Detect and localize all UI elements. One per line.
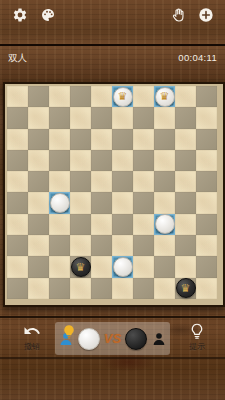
board-square[interactable] [133, 129, 154, 150]
board-square[interactable] [133, 86, 154, 107]
board-square[interactable] [28, 214, 49, 235]
board-square[interactable] [196, 278, 217, 299]
board-squares: ♛♛♛♛ [7, 86, 217, 299]
board-square[interactable] [49, 235, 70, 256]
crown-icon: ♛ [76, 262, 86, 273]
board-square[interactable] [91, 86, 112, 107]
board-square[interactable] [28, 192, 49, 213]
board-square[interactable] [175, 129, 196, 150]
board-square[interactable] [49, 278, 70, 299]
board-square[interactable] [175, 214, 196, 235]
board-square[interactable] [49, 107, 70, 128]
board-square[interactable] [112, 150, 133, 171]
board-square[interactable] [196, 86, 217, 107]
board-square[interactable] [112, 171, 133, 192]
lightbulb-icon [188, 322, 206, 340]
board-square[interactable] [196, 129, 217, 150]
board-square[interactable] [112, 107, 133, 128]
pause-button[interactable] [171, 7, 187, 23]
board-square[interactable] [196, 192, 217, 213]
board-square[interactable] [175, 256, 196, 277]
board-square[interactable] [133, 214, 154, 235]
vs-panel: VS [55, 322, 170, 355]
bottom-toolbar: 撤销 VS 提示 [0, 318, 225, 362]
board-square[interactable] [133, 278, 154, 299]
board-square[interactable] [196, 171, 217, 192]
board-square[interactable] [49, 129, 70, 150]
board-square[interactable] [70, 278, 91, 299]
board-square[interactable] [154, 192, 175, 213]
board-square[interactable] [154, 278, 175, 299]
board-square[interactable] [154, 129, 175, 150]
board-square[interactable] [49, 214, 70, 235]
board-square[interactable] [91, 129, 112, 150]
theme-button[interactable] [40, 7, 56, 23]
board-square[interactable] [154, 150, 175, 171]
white-piece-indicator [78, 328, 100, 350]
board-square[interactable] [112, 235, 133, 256]
board-square[interactable] [196, 107, 217, 128]
top-toolbar [0, 0, 225, 30]
board-square[interactable] [7, 256, 28, 277]
plus-circle-icon [198, 7, 214, 23]
board-square[interactable] [91, 107, 112, 128]
board-square[interactable] [28, 129, 49, 150]
undo-label: 撤销 [12, 341, 52, 352]
board-square[interactable] [70, 235, 91, 256]
white-man[interactable] [113, 257, 133, 277]
board-square[interactable] [175, 192, 196, 213]
board-square[interactable] [175, 171, 196, 192]
board-square[interactable] [49, 256, 70, 277]
board-square[interactable] [91, 235, 112, 256]
turn-lightbulb-icon [61, 324, 77, 340]
board-square[interactable] [91, 256, 112, 277]
new-game-button[interactable] [198, 7, 214, 23]
vs-label: VS [104, 331, 121, 346]
black-king[interactable]: ♛ [71, 257, 91, 277]
undo-button[interactable]: 撤销 [12, 322, 52, 352]
board-square[interactable] [7, 214, 28, 235]
black-person-icon [151, 331, 167, 347]
board-square[interactable] [7, 278, 28, 299]
board-square[interactable] [28, 150, 49, 171]
board-square[interactable] [28, 171, 49, 192]
white-man[interactable] [155, 214, 175, 234]
board-square[interactable] [7, 107, 28, 128]
board-square[interactable] [133, 171, 154, 192]
board-square[interactable] [70, 86, 91, 107]
white-king[interactable]: ♛ [155, 87, 175, 107]
board-square[interactable]: ♛ [175, 278, 196, 299]
board-square[interactable] [133, 192, 154, 213]
undo-arrow-icon [23, 322, 41, 340]
settings-button[interactable] [12, 7, 28, 23]
board-square[interactable] [196, 235, 217, 256]
board-square[interactable] [7, 129, 28, 150]
board-square[interactable] [7, 86, 28, 107]
hint-button[interactable]: 提示 [177, 322, 217, 352]
board-square[interactable] [175, 107, 196, 128]
black-king[interactable]: ♛ [176, 278, 196, 298]
board-square[interactable] [7, 235, 28, 256]
crown-icon: ♛ [118, 91, 128, 102]
board-square[interactable] [70, 214, 91, 235]
board-square[interactable] [7, 150, 28, 171]
right-player-indicator [151, 331, 167, 347]
board-square[interactable] [49, 86, 70, 107]
board-square[interactable] [154, 214, 175, 235]
board-square[interactable]: ♛ [154, 86, 175, 107]
crown-icon: ♛ [181, 283, 191, 294]
info-bar: 双人 00:04:11 [0, 51, 225, 65]
board-square[interactable] [49, 150, 70, 171]
board-square[interactable] [112, 129, 133, 150]
board-square[interactable] [91, 278, 112, 299]
crown-icon: ♛ [160, 91, 170, 102]
board-square[interactable] [133, 107, 154, 128]
game-mode-label: 双人 [8, 52, 27, 65]
board-square[interactable] [175, 86, 196, 107]
board-square[interactable] [91, 192, 112, 213]
board-square[interactable] [49, 171, 70, 192]
board-square[interactable] [154, 235, 175, 256]
board-square[interactable] [196, 214, 217, 235]
board-square[interactable] [196, 150, 217, 171]
gear-icon [12, 7, 28, 23]
left-player-indicator [58, 331, 74, 347]
board-square[interactable] [28, 278, 49, 299]
board-square[interactable] [28, 256, 49, 277]
board-square[interactable] [196, 256, 217, 277]
divider-line [0, 44, 225, 46]
board-square[interactable] [175, 150, 196, 171]
white-man[interactable] [50, 193, 70, 213]
board-square[interactable] [154, 171, 175, 192]
board-square[interactable] [70, 150, 91, 171]
palette-icon [40, 7, 56, 23]
hint-label: 提示 [177, 341, 217, 352]
board-square[interactable] [49, 192, 70, 213]
board-square[interactable]: ♛ [70, 256, 91, 277]
board-square[interactable] [7, 192, 28, 213]
board-square[interactable] [7, 171, 28, 192]
board-square[interactable] [133, 150, 154, 171]
board-square[interactable] [154, 256, 175, 277]
board-square[interactable] [133, 256, 154, 277]
board-square[interactable] [91, 150, 112, 171]
timer: 00:04:11 [178, 52, 217, 63]
board-square[interactable]: ♛ [112, 86, 133, 107]
board-square[interactable] [112, 214, 133, 235]
board-square[interactable] [112, 278, 133, 299]
board-square[interactable] [70, 192, 91, 213]
hand-icon [171, 7, 187, 23]
board-square[interactable] [28, 235, 49, 256]
board-square[interactable] [112, 256, 133, 277]
board-square[interactable] [175, 235, 196, 256]
board-square[interactable] [91, 214, 112, 235]
board-square[interactable] [112, 192, 133, 213]
board-square[interactable] [70, 107, 91, 128]
black-piece-indicator [125, 328, 147, 350]
board-square[interactable] [28, 107, 49, 128]
board-square[interactable] [28, 86, 49, 107]
white-king[interactable]: ♛ [113, 87, 133, 107]
board-square[interactable] [70, 171, 91, 192]
board-square[interactable] [91, 171, 112, 192]
board-frame: ♛♛♛♛ [3, 82, 225, 307]
board-square[interactable] [154, 107, 175, 128]
board-square[interactable] [133, 235, 154, 256]
board-square[interactable] [70, 129, 91, 150]
